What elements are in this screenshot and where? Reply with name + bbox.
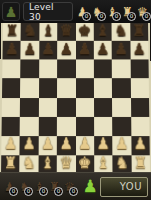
black-knight-piece: ♞	[114, 23, 127, 38]
black-king-piece: ♚	[78, 23, 91, 38]
captured-white-tray: ♟0♞0♝0♜0♛0	[76, 3, 149, 20]
square-f3[interactable]	[94, 117, 113, 136]
square-c8[interactable]: ♝	[39, 23, 57, 41]
square-c5[interactable]	[39, 79, 57, 98]
white-rook-piece: ♜	[134, 156, 148, 172]
square-d1[interactable]: ♛	[57, 155, 76, 172]
square-a4[interactable]	[2, 98, 21, 117]
square-g6[interactable]	[112, 60, 130, 79]
captured-black-queen-icon: ♛0	[63, 178, 76, 195]
square-e3[interactable]	[76, 117, 94, 136]
square-b7[interactable]: ♟	[21, 41, 39, 60]
captured-count-badge: 0	[127, 12, 136, 21]
white-pawn-piece: ♟	[41, 136, 55, 152]
black-queen-piece: ♛	[60, 23, 73, 38]
square-h7[interactable]: ♟	[130, 41, 148, 60]
black-pawn-piece: ♟	[133, 42, 147, 57]
square-g3[interactable]	[112, 117, 131, 136]
player-pawn-icon: ♟	[82, 178, 97, 195]
white-pawn-piece: ♟	[59, 136, 73, 152]
white-knight-piece: ♞	[115, 156, 129, 172]
square-d8[interactable]: ♛	[57, 23, 75, 41]
white-pawn-piece: ♟	[78, 136, 92, 152]
captured-count-badge: 0	[69, 187, 78, 196]
white-pawn-piece: ♟	[4, 136, 18, 152]
square-h4[interactable]	[131, 98, 150, 117]
square-b3[interactable]	[20, 117, 39, 136]
square-f1[interactable]: ♝	[94, 155, 113, 172]
black-knight-piece: ♞	[23, 23, 36, 38]
square-f2[interactable]: ♟	[94, 136, 113, 155]
square-h8[interactable]: ♜	[130, 23, 148, 41]
white-queen-piece: ♛	[59, 156, 73, 172]
opponent-bar: ♟ Level 30 ♟0♞0♝0♜0♛0	[0, 0, 151, 23]
captured-white-knight-icon: ♞0	[91, 3, 104, 20]
square-a7[interactable]: ♟	[2, 41, 20, 60]
white-king-piece: ♚	[78, 156, 92, 172]
white-pawn-piece: ♟	[115, 136, 129, 152]
square-d3[interactable]	[57, 117, 75, 136]
black-pawn-piece: ♟	[5, 42, 19, 57]
captured-white-queen-icon: ♛0	[136, 3, 149, 20]
opponent-pawn-icon: ♟	[5, 5, 18, 19]
board-container: ♜♞♝♛♚♝♞♜♟♟♟♟♟♟♟♟♟♟♟♟♟♟♟♟♜♞♝♛♚♝♞♜	[0, 23, 151, 172]
black-pawn-piece: ♟	[114, 42, 127, 57]
square-e6[interactable]	[76, 60, 94, 79]
captured-count-badge: 0	[24, 187, 33, 196]
square-b1[interactable]: ♞	[20, 155, 39, 172]
square-h1[interactable]: ♜	[131, 155, 150, 172]
black-pawn-piece: ♟	[78, 42, 91, 57]
square-c6[interactable]	[39, 60, 57, 79]
black-pawn-piece: ♟	[41, 42, 54, 57]
square-a5[interactable]	[2, 79, 21, 98]
square-b4[interactable]	[20, 98, 39, 117]
captured-count-badge: 0	[39, 187, 48, 196]
level-badge[interactable]: Level 30	[23, 2, 73, 21]
square-g4[interactable]	[112, 98, 131, 117]
player-name-label: YOU	[120, 181, 142, 192]
player-bar: ♟0♞0♝0♜0♛0 ♟ YOU	[0, 172, 151, 200]
white-pawn-piece: ♟	[22, 136, 36, 152]
square-f4[interactable]	[94, 98, 112, 117]
square-e1[interactable]: ♚	[76, 155, 95, 172]
black-pawn-piece: ♟	[96, 42, 109, 57]
square-e8[interactable]: ♚	[76, 23, 94, 41]
square-e5[interactable]	[76, 79, 94, 98]
square-b8[interactable]: ♞	[21, 23, 39, 41]
black-bishop-piece: ♝	[42, 23, 55, 38]
square-a2[interactable]: ♟	[1, 136, 20, 155]
square-a1[interactable]: ♜	[1, 155, 20, 172]
square-d5[interactable]	[57, 79, 75, 98]
captured-count-badge: 0	[97, 12, 106, 21]
white-rook-piece: ♜	[4, 156, 18, 172]
square-d4[interactable]	[57, 98, 75, 117]
black-pawn-piece: ♟	[60, 42, 73, 57]
square-e7[interactable]: ♟	[76, 41, 94, 60]
captured-count-badge: 0	[9, 187, 18, 196]
player-name-plate: YOU	[100, 177, 148, 197]
square-f6[interactable]	[94, 60, 112, 79]
black-bishop-piece: ♝	[96, 23, 109, 38]
white-knight-piece: ♞	[22, 156, 36, 172]
square-h3[interactable]	[131, 117, 150, 136]
square-f5[interactable]	[94, 79, 112, 98]
square-b6[interactable]	[21, 60, 39, 79]
black-pawn-piece: ♟	[23, 42, 36, 57]
square-c2[interactable]: ♟	[38, 136, 57, 155]
captured-count-badge: 0	[142, 12, 151, 21]
captured-white-rook-icon: ♜0	[121, 3, 134, 20]
square-e4[interactable]	[76, 98, 94, 117]
level-label: Level 30	[29, 2, 67, 22]
player-turn-indicator: ♟	[82, 176, 98, 198]
chess-app: ♟ Level 30 ♟0♞0♝0♜0♛0 ♜♞♝♛♚♝♞♜♟♟♟♟♟♟♟♟♟♟…	[0, 0, 151, 200]
square-h2[interactable]: ♟	[131, 136, 150, 155]
square-d2[interactable]: ♟	[57, 136, 76, 155]
captured-black-rook-icon: ♜0	[48, 178, 61, 195]
captured-black-pawn-icon: ♟0	[3, 178, 16, 195]
captured-white-bishop-icon: ♝0	[106, 3, 119, 20]
square-d7[interactable]: ♟	[57, 41, 75, 60]
square-g7[interactable]: ♟	[112, 41, 130, 60]
captured-count-badge: 0	[112, 12, 121, 21]
square-h6[interactable]	[130, 60, 148, 79]
white-bishop-piece: ♝	[41, 156, 55, 172]
square-c1[interactable]: ♝	[38, 155, 57, 172]
black-rook-piece: ♜	[5, 23, 18, 38]
captured-black-bishop-icon: ♝0	[33, 178, 46, 195]
captured-count-badge: 0	[82, 12, 91, 21]
square-g8[interactable]: ♞	[112, 23, 130, 41]
square-b5[interactable]	[20, 79, 38, 98]
square-g1[interactable]: ♞	[113, 155, 132, 172]
square-a8[interactable]: ♜	[3, 23, 21, 41]
square-b2[interactable]: ♟	[20, 136, 39, 155]
square-f8[interactable]: ♝	[94, 23, 112, 41]
white-bishop-piece: ♝	[97, 156, 111, 172]
captured-black-tray: ♟0♞0♝0♜0♛0	[3, 178, 76, 195]
square-d6[interactable]	[57, 60, 75, 79]
square-c3[interactable]	[39, 117, 58, 136]
white-pawn-piece: ♟	[133, 136, 147, 152]
white-pawn-piece: ♟	[96, 136, 110, 152]
captured-count-badge: 0	[54, 187, 63, 196]
square-g2[interactable]: ♟	[112, 136, 131, 155]
square-h5[interactable]	[130, 79, 149, 98]
square-e2[interactable]: ♟	[76, 136, 95, 155]
captured-white-pawn-icon: ♟0	[76, 3, 89, 20]
opponent-turn-indicator: ♟	[2, 2, 20, 21]
square-a3[interactable]	[2, 117, 21, 136]
square-c7[interactable]: ♟	[39, 41, 57, 60]
black-rook-piece: ♜	[132, 23, 145, 38]
captured-black-knight-icon: ♞0	[18, 178, 31, 195]
square-g5[interactable]	[112, 79, 130, 98]
chess-board: ♜♞♝♛♚♝♞♜♟♟♟♟♟♟♟♟♟♟♟♟♟♟♟♟♜♞♝♛♚♝♞♜	[0, 23, 151, 172]
square-f7[interactable]: ♟	[94, 41, 112, 60]
square-a6[interactable]	[2, 60, 20, 79]
square-c4[interactable]	[39, 98, 57, 117]
